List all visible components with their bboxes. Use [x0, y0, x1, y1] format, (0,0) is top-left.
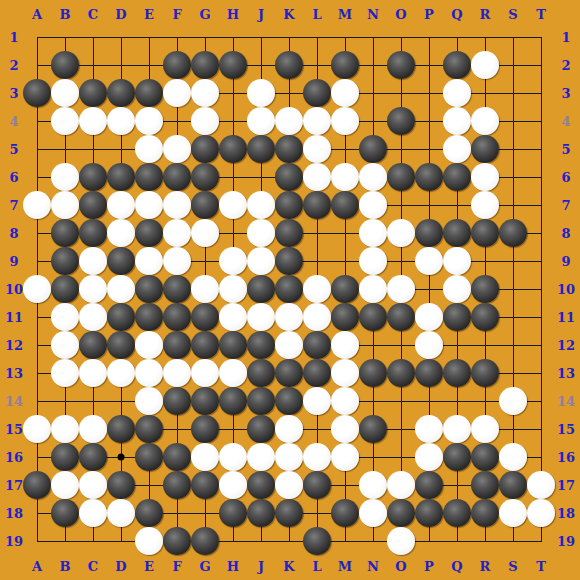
stone-white-F9[interactable]	[163, 247, 191, 275]
stone-black-E6[interactable]	[135, 163, 163, 191]
stone-black-D6[interactable]	[107, 163, 135, 191]
stone-white-B11[interactable]	[51, 303, 79, 331]
stone-black-L3[interactable]	[303, 79, 331, 107]
go-board: AABBCCDDEEFFGGHHJJKKLLMMNNOOPPQQRRSSTT11…	[0, 0, 580, 580]
stone-black-Q2[interactable]	[443, 51, 471, 79]
stone-black-L12[interactable]	[303, 331, 331, 359]
stone-black-N15[interactable]	[359, 415, 387, 443]
stone-black-H18[interactable]	[219, 499, 247, 527]
stone-white-M4[interactable]	[331, 107, 359, 135]
stone-black-O18[interactable]	[387, 499, 415, 527]
stone-white-E13[interactable]	[135, 359, 163, 387]
stone-white-N8[interactable]	[359, 219, 387, 247]
stone-white-J7[interactable]	[247, 191, 275, 219]
stone-black-K18[interactable]	[275, 499, 303, 527]
stone-white-D7[interactable]	[107, 191, 135, 219]
stone-white-L5[interactable]	[303, 135, 331, 163]
stone-white-M6[interactable]	[331, 163, 359, 191]
stones-layer	[0, 0, 580, 580]
stone-black-H14[interactable]	[219, 387, 247, 415]
stone-white-M13[interactable]	[331, 359, 359, 387]
stone-black-C16[interactable]	[79, 443, 107, 471]
stone-white-O17[interactable]	[387, 471, 415, 499]
stone-white-G4[interactable]	[191, 107, 219, 135]
stone-black-C8[interactable]	[79, 219, 107, 247]
stone-white-L10[interactable]	[303, 275, 331, 303]
stone-black-E10[interactable]	[135, 275, 163, 303]
stone-black-G15[interactable]	[191, 415, 219, 443]
stone-white-P16[interactable]	[415, 443, 443, 471]
stone-white-Q9[interactable]	[443, 247, 471, 275]
stone-black-B10[interactable]	[51, 275, 79, 303]
stone-white-D4[interactable]	[107, 107, 135, 135]
stone-black-K14[interactable]	[275, 387, 303, 415]
stone-black-M11[interactable]	[331, 303, 359, 331]
stone-black-F19[interactable]	[163, 527, 191, 555]
stone-black-Q11[interactable]	[443, 303, 471, 331]
stone-white-L11[interactable]	[303, 303, 331, 331]
stone-black-R17[interactable]	[471, 471, 499, 499]
stone-black-C7[interactable]	[79, 191, 107, 219]
stone-black-B18[interactable]	[51, 499, 79, 527]
stone-white-K17[interactable]	[275, 471, 303, 499]
stone-white-A10[interactable]	[23, 275, 51, 303]
stone-white-E7[interactable]	[135, 191, 163, 219]
stone-white-B13[interactable]	[51, 359, 79, 387]
stone-white-F5[interactable]	[163, 135, 191, 163]
stone-black-M18[interactable]	[331, 499, 359, 527]
stone-black-K13[interactable]	[275, 359, 303, 387]
stone-white-J8[interactable]	[247, 219, 275, 247]
stone-black-G7[interactable]	[191, 191, 219, 219]
stone-white-C11[interactable]	[79, 303, 107, 331]
stone-white-E4[interactable]	[135, 107, 163, 135]
stone-black-G2[interactable]	[191, 51, 219, 79]
stone-black-S8[interactable]	[499, 219, 527, 247]
stone-white-R15[interactable]	[471, 415, 499, 443]
stone-white-N6[interactable]	[359, 163, 387, 191]
stone-black-N13[interactable]	[359, 359, 387, 387]
stone-white-B17[interactable]	[51, 471, 79, 499]
stone-white-C18[interactable]	[79, 499, 107, 527]
stone-white-E5[interactable]	[135, 135, 163, 163]
stone-black-O2[interactable]	[387, 51, 415, 79]
stone-white-B7[interactable]	[51, 191, 79, 219]
stone-black-R16[interactable]	[471, 443, 499, 471]
stone-black-K8[interactable]	[275, 219, 303, 247]
stone-white-G13[interactable]	[191, 359, 219, 387]
stone-black-A17[interactable]	[23, 471, 51, 499]
stone-black-D17[interactable]	[107, 471, 135, 499]
stone-black-M7[interactable]	[331, 191, 359, 219]
stone-white-A7[interactable]	[23, 191, 51, 219]
stone-black-F14[interactable]	[163, 387, 191, 415]
stone-black-F16[interactable]	[163, 443, 191, 471]
stone-white-B6[interactable]	[51, 163, 79, 191]
stone-black-C6[interactable]	[79, 163, 107, 191]
stone-white-P9[interactable]	[415, 247, 443, 275]
stone-black-K7[interactable]	[275, 191, 303, 219]
stone-white-P12[interactable]	[415, 331, 443, 359]
stone-black-N11[interactable]	[359, 303, 387, 331]
stone-black-D15[interactable]	[107, 415, 135, 443]
stone-white-H11[interactable]	[219, 303, 247, 331]
stone-white-D8[interactable]	[107, 219, 135, 247]
stone-black-G5[interactable]	[191, 135, 219, 163]
stone-white-C9[interactable]	[79, 247, 107, 275]
stone-black-E8[interactable]	[135, 219, 163, 247]
stone-white-K4[interactable]	[275, 107, 303, 135]
stone-white-R2[interactable]	[471, 51, 499, 79]
stone-white-T18[interactable]	[527, 499, 555, 527]
stone-white-F3[interactable]	[163, 79, 191, 107]
stone-black-Q18[interactable]	[443, 499, 471, 527]
stone-white-N9[interactable]	[359, 247, 387, 275]
stone-white-B12[interactable]	[51, 331, 79, 359]
stone-black-C12[interactable]	[79, 331, 107, 359]
stone-black-P13[interactable]	[415, 359, 443, 387]
stone-black-D3[interactable]	[107, 79, 135, 107]
stone-black-D11[interactable]	[107, 303, 135, 331]
stone-white-K12[interactable]	[275, 331, 303, 359]
stone-white-Q5[interactable]	[443, 135, 471, 163]
stone-black-C3[interactable]	[79, 79, 107, 107]
stone-white-J11[interactable]	[247, 303, 275, 331]
stone-black-H12[interactable]	[219, 331, 247, 359]
stone-white-Q15[interactable]	[443, 415, 471, 443]
stone-white-N18[interactable]	[359, 499, 387, 527]
stone-black-F2[interactable]	[163, 51, 191, 79]
stone-black-P6[interactable]	[415, 163, 443, 191]
stone-black-H2[interactable]	[219, 51, 247, 79]
stone-white-G16[interactable]	[191, 443, 219, 471]
stone-black-J12[interactable]	[247, 331, 275, 359]
stone-white-D10[interactable]	[107, 275, 135, 303]
stone-white-H9[interactable]	[219, 247, 247, 275]
stone-black-O13[interactable]	[387, 359, 415, 387]
stone-black-J15[interactable]	[247, 415, 275, 443]
stone-black-J5[interactable]	[247, 135, 275, 163]
stone-white-B3[interactable]	[51, 79, 79, 107]
stone-white-E14[interactable]	[135, 387, 163, 415]
stone-black-B9[interactable]	[51, 247, 79, 275]
stone-white-M12[interactable]	[331, 331, 359, 359]
stone-black-R13[interactable]	[471, 359, 499, 387]
stone-white-P11[interactable]	[415, 303, 443, 331]
stone-black-E11[interactable]	[135, 303, 163, 331]
stone-black-E16[interactable]	[135, 443, 163, 471]
stone-black-F11[interactable]	[163, 303, 191, 331]
stone-white-S18[interactable]	[499, 499, 527, 527]
stone-white-G8[interactable]	[191, 219, 219, 247]
stone-black-L13[interactable]	[303, 359, 331, 387]
stone-black-F12[interactable]	[163, 331, 191, 359]
stone-black-G14[interactable]	[191, 387, 219, 415]
stone-black-O6[interactable]	[387, 163, 415, 191]
stone-black-J17[interactable]	[247, 471, 275, 499]
stone-white-P15[interactable]	[415, 415, 443, 443]
stone-white-O19[interactable]	[387, 527, 415, 555]
stone-white-S16[interactable]	[499, 443, 527, 471]
stone-white-C13[interactable]	[79, 359, 107, 387]
stone-black-K6[interactable]	[275, 163, 303, 191]
stone-black-P18[interactable]	[415, 499, 443, 527]
stone-black-E18[interactable]	[135, 499, 163, 527]
stone-white-Q3[interactable]	[443, 79, 471, 107]
stone-black-F17[interactable]	[163, 471, 191, 499]
stone-white-H16[interactable]	[219, 443, 247, 471]
stone-white-L16[interactable]	[303, 443, 331, 471]
stone-black-J13[interactable]	[247, 359, 275, 387]
stone-white-A15[interactable]	[23, 415, 51, 443]
stone-white-M14[interactable]	[331, 387, 359, 415]
stone-black-B16[interactable]	[51, 443, 79, 471]
stone-black-B8[interactable]	[51, 219, 79, 247]
stone-black-N5[interactable]	[359, 135, 387, 163]
stone-black-G6[interactable]	[191, 163, 219, 191]
stone-white-J3[interactable]	[247, 79, 275, 107]
stone-black-R18[interactable]	[471, 499, 499, 527]
stone-black-K9[interactable]	[275, 247, 303, 275]
stone-white-C15[interactable]	[79, 415, 107, 443]
stone-white-T17[interactable]	[527, 471, 555, 499]
stone-black-P8[interactable]	[415, 219, 443, 247]
stone-black-Q16[interactable]	[443, 443, 471, 471]
stone-white-C10[interactable]	[79, 275, 107, 303]
stone-black-E3[interactable]	[135, 79, 163, 107]
stone-black-M2[interactable]	[331, 51, 359, 79]
stone-white-Q10[interactable]	[443, 275, 471, 303]
stone-white-B15[interactable]	[51, 415, 79, 443]
stone-white-J16[interactable]	[247, 443, 275, 471]
stone-white-H10[interactable]	[219, 275, 247, 303]
stone-white-D13[interactable]	[107, 359, 135, 387]
stone-white-G10[interactable]	[191, 275, 219, 303]
stone-black-F6[interactable]	[163, 163, 191, 191]
stone-white-H13[interactable]	[219, 359, 247, 387]
stone-black-O4[interactable]	[387, 107, 415, 135]
stone-white-S14[interactable]	[499, 387, 527, 415]
stone-white-K11[interactable]	[275, 303, 303, 331]
stone-white-O10[interactable]	[387, 275, 415, 303]
stone-black-L7[interactable]	[303, 191, 331, 219]
stone-white-M3[interactable]	[331, 79, 359, 107]
stone-black-O11[interactable]	[387, 303, 415, 331]
stone-black-S17[interactable]	[499, 471, 527, 499]
stone-white-M16[interactable]	[331, 443, 359, 471]
stone-black-E15[interactable]	[135, 415, 163, 443]
stone-white-F8[interactable]	[163, 219, 191, 247]
stone-white-E9[interactable]	[135, 247, 163, 275]
stone-white-R6[interactable]	[471, 163, 499, 191]
stone-white-B4[interactable]	[51, 107, 79, 135]
stone-black-R11[interactable]	[471, 303, 499, 331]
stone-black-K5[interactable]	[275, 135, 303, 163]
stone-white-R4[interactable]	[471, 107, 499, 135]
stone-black-G12[interactable]	[191, 331, 219, 359]
stone-white-E19[interactable]	[135, 527, 163, 555]
stone-black-B2[interactable]	[51, 51, 79, 79]
stone-white-N7[interactable]	[359, 191, 387, 219]
stone-black-P17[interactable]	[415, 471, 443, 499]
stone-black-R10[interactable]	[471, 275, 499, 303]
stone-black-A3[interactable]	[23, 79, 51, 107]
stone-black-D12[interactable]	[107, 331, 135, 359]
stone-black-M10[interactable]	[331, 275, 359, 303]
stone-black-H5[interactable]	[219, 135, 247, 163]
stone-white-J9[interactable]	[247, 247, 275, 275]
stone-black-R5[interactable]	[471, 135, 499, 163]
stone-black-J14[interactable]	[247, 387, 275, 415]
stone-black-G17[interactable]	[191, 471, 219, 499]
stone-black-G19[interactable]	[191, 527, 219, 555]
stone-black-Q8[interactable]	[443, 219, 471, 247]
stone-white-H17[interactable]	[219, 471, 247, 499]
stone-black-Q6[interactable]	[443, 163, 471, 191]
stone-white-D18[interactable]	[107, 499, 135, 527]
stone-white-Q4[interactable]	[443, 107, 471, 135]
stone-white-G3[interactable]	[191, 79, 219, 107]
stone-white-R7[interactable]	[471, 191, 499, 219]
stone-black-D9[interactable]	[107, 247, 135, 275]
stone-white-L14[interactable]	[303, 387, 331, 415]
stone-white-L6[interactable]	[303, 163, 331, 191]
stone-black-L17[interactable]	[303, 471, 331, 499]
stone-white-J4[interactable]	[247, 107, 275, 135]
stone-white-K16[interactable]	[275, 443, 303, 471]
stone-white-N17[interactable]	[359, 471, 387, 499]
stone-white-H7[interactable]	[219, 191, 247, 219]
stone-black-G11[interactable]	[191, 303, 219, 331]
stone-black-R8[interactable]	[471, 219, 499, 247]
stone-black-J10[interactable]	[247, 275, 275, 303]
stone-black-L19[interactable]	[303, 527, 331, 555]
stone-white-L4[interactable]	[303, 107, 331, 135]
stone-white-E12[interactable]	[135, 331, 163, 359]
stone-black-K10[interactable]	[275, 275, 303, 303]
stone-black-K2[interactable]	[275, 51, 303, 79]
stone-white-K15[interactable]	[275, 415, 303, 443]
stone-white-N10[interactable]	[359, 275, 387, 303]
stone-white-O8[interactable]	[387, 219, 415, 247]
stone-white-C4[interactable]	[79, 107, 107, 135]
stone-black-J18[interactable]	[247, 499, 275, 527]
stone-white-M15[interactable]	[331, 415, 359, 443]
stone-white-C17[interactable]	[79, 471, 107, 499]
stone-white-F13[interactable]	[163, 359, 191, 387]
stone-white-F7[interactable]	[163, 191, 191, 219]
stone-black-Q13[interactable]	[443, 359, 471, 387]
stone-black-F10[interactable]	[163, 275, 191, 303]
